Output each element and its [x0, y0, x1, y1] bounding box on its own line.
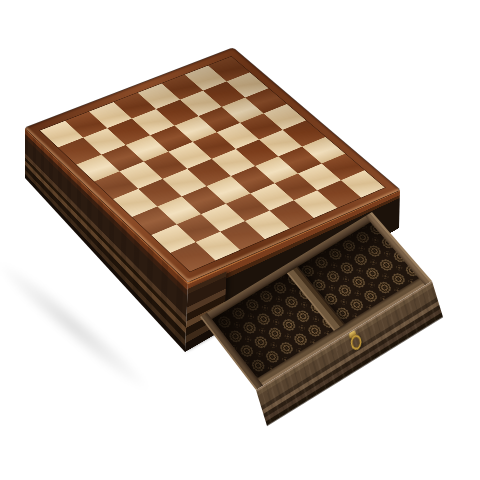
brass-ring-icon — [350, 333, 363, 352]
product-photo-stage — [0, 0, 480, 480]
